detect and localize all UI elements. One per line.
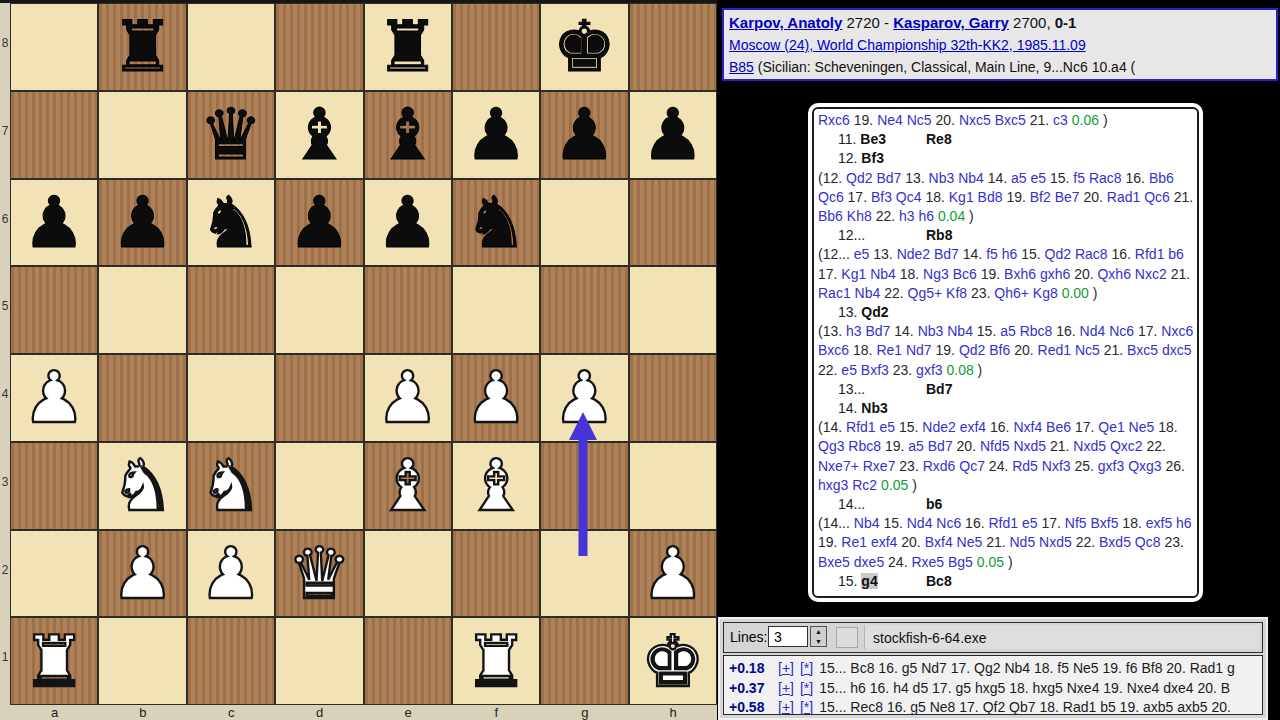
variation-move[interactable]: Rfd1: [1135, 246, 1165, 262]
move-number: 14...: [838, 496, 865, 512]
variation-move[interactable]: Qg5+: [908, 285, 943, 301]
variation-move[interactable]: Bf2: [1030, 189, 1051, 205]
variation-move[interactable]: Qc6: [1144, 189, 1170, 205]
main-move-reply[interactable]: Rb8: [926, 227, 952, 243]
square-d2[interactable]: ♛: [275, 530, 363, 618]
variation-move-number: 22.: [1076, 534, 1095, 550]
variation-move-number: 19.: [981, 266, 1000, 282]
variation-move-number: 23.: [971, 285, 990, 301]
variation-move[interactable]: Bd7: [934, 246, 959, 262]
file-label-b: b: [98, 705, 187, 720]
square-d1[interactable]: [275, 617, 363, 705]
variation-move[interactable]: Nb4: [947, 323, 973, 339]
variation-move[interactable]: Nde2: [922, 419, 955, 435]
variation-move[interactable]: e5: [841, 362, 857, 378]
piece-black-pawn[interactable]: ♟: [376, 187, 440, 258]
variation-move[interactable]: Nc5: [1075, 342, 1100, 358]
opening-line: B85 (Sicilian: Scheveningen, Classical, …: [729, 56, 1271, 78]
file-label-h: h: [629, 705, 718, 720]
square-e1[interactable]: [364, 617, 452, 705]
square-g2[interactable]: [540, 530, 628, 618]
event-line: Moscow (24), World Championship 32th-KK2…: [729, 34, 1271, 56]
square-b1[interactable]: [98, 617, 186, 705]
piece-white-pawn[interactable]: ♟: [199, 538, 263, 609]
square-a2[interactable]: [10, 530, 98, 618]
variation-move-number: 16.: [990, 419, 1009, 435]
square-a3[interactable]: [10, 442, 98, 530]
square-h8[interactable]: [629, 3, 717, 91]
square-b7[interactable]: [98, 91, 186, 179]
variation-move[interactable]: Kg8: [1033, 285, 1058, 301]
square-e8[interactable]: ♜: [364, 3, 452, 91]
variation-move[interactable]: Bd7: [928, 438, 953, 454]
square-e5[interactable]: [364, 266, 452, 354]
square-f3[interactable]: ♝: [452, 442, 540, 530]
variation-move[interactable]: Qxg3: [1128, 458, 1161, 474]
add-line-link[interactable]: [+]: [778, 699, 794, 715]
eco-code-link[interactable]: B85: [729, 59, 754, 75]
variation-move[interactable]: Bxd5: [1099, 534, 1131, 550]
piece-white-pawn[interactable]: ♟: [641, 538, 705, 609]
square-h3[interactable]: [629, 442, 717, 530]
square-e7[interactable]: ♝: [364, 91, 452, 179]
variation-move[interactable]: dxc5: [1162, 342, 1192, 358]
piece-black-bishop[interactable]: ♝: [376, 99, 440, 170]
piece-black-knight[interactable]: ♞: [199, 187, 263, 258]
square-d8[interactable]: [275, 3, 363, 91]
notation-main-move-line: 12... Rb8: [818, 226, 1194, 245]
variation-move[interactable]: e5: [1022, 515, 1038, 531]
engine-eval: +0.18: [729, 659, 778, 679]
variation-move[interactable]: Bxf3: [861, 362, 889, 378]
variation-move-number: 17.: [1075, 419, 1094, 435]
variation-move[interactable]: e5: [854, 246, 870, 262]
variation-move[interactable]: Bd7: [876, 170, 901, 186]
variation-move-number: 22.: [1147, 438, 1166, 454]
variation-move[interactable]: Be6: [1046, 419, 1071, 435]
variation-move[interactable]: Rfd1: [988, 515, 1018, 531]
variation-move-number: 21.: [1104, 342, 1123, 358]
square-f5[interactable]: [452, 266, 540, 354]
piece-white-pawn[interactable]: ♟: [376, 362, 440, 433]
variation-move[interactable]: Re1: [841, 534, 867, 550]
variation-move[interactable]: Bxh6: [1004, 266, 1036, 282]
variation-eval: 0.08: [946, 362, 973, 378]
variation-move[interactable]: h6: [1176, 515, 1192, 531]
variation-move[interactable]: e5: [879, 419, 895, 435]
square-b4[interactable]: [98, 354, 186, 442]
piece-white-pawn[interactable]: ♟: [553, 362, 617, 433]
piece-black-pawn[interactable]: ♟: [287, 187, 351, 258]
main-move[interactable]: Qd2: [861, 304, 888, 320]
variation-move[interactable]: Rfd1: [846, 419, 876, 435]
variation-move[interactable]: Ne5: [957, 534, 983, 550]
variation-move[interactable]: a5: [1011, 170, 1027, 186]
variation-move[interactable]: Qc8: [1135, 534, 1161, 550]
engine-line[interactable]: +0.18[+][*]15... Bc8 16. g5 Nd7 17. Qg2 …: [729, 659, 1260, 679]
variation-move[interactable]: f5: [986, 246, 998, 262]
variation-move[interactable]: Qxh6: [1097, 266, 1130, 282]
engine-line-moves[interactable]: 15... Bc8 16. g5 Nd7 17. Qg2 Nb4 18. f5 …: [819, 660, 1235, 676]
square-g7[interactable]: ♟: [540, 91, 628, 179]
variation-move[interactable]: c3: [1053, 112, 1068, 128]
notation-main-move-line: 11. Be3Re8: [818, 130, 1194, 149]
piece-black-pawn[interactable]: ♟: [464, 99, 528, 170]
piece-black-pawn[interactable]: ♟: [111, 187, 175, 258]
variation-move-number: 19.: [854, 112, 873, 128]
notation-text: Rxc6 19. Ne4 Nc5 20. Nxc5 Bxc5 21. c3 0.…: [812, 107, 1199, 598]
variation-move[interactable]: Red1: [1038, 342, 1071, 358]
variation-move[interactable]: gxf3: [916, 362, 942, 378]
variation-move[interactable]: Rxd6: [923, 458, 956, 474]
variation-move[interactable]: Nd4: [1080, 323, 1106, 339]
square-c7[interactable]: ♛: [187, 91, 275, 179]
promote-line-link[interactable]: [*]: [800, 680, 813, 696]
piece-white-knight[interactable]: ♞: [199, 450, 263, 521]
variation-move[interactable]: Rxc6: [818, 112, 850, 128]
main-move-reply[interactable]: Bd7: [926, 381, 952, 397]
variation-move[interactable]: Bg5: [948, 554, 973, 570]
move-number-group: 11. Be3: [838, 130, 926, 149]
square-h7[interactable]: ♟: [629, 91, 717, 179]
variation-move-number: 21.: [1171, 266, 1190, 282]
piece-black-queen[interactable]: ♛: [199, 99, 263, 170]
square-e2[interactable]: [364, 530, 452, 618]
variation-move[interactable]: Rd5: [1012, 458, 1038, 474]
square-f8[interactable]: [452, 3, 540, 91]
move-number-group: 14...: [838, 495, 926, 514]
variation-move[interactable]: Qxc2: [1110, 438, 1143, 454]
square-a8[interactable]: [10, 3, 98, 91]
add-line-link[interactable]: [+]: [778, 680, 794, 696]
square-f6[interactable]: ♞: [452, 179, 540, 267]
piece-white-king[interactable]: ♚: [641, 626, 705, 697]
players-line: Karpov, Anatoly 2720 - Kasparov, Garry 2…: [729, 11, 1271, 34]
piece-black-knight[interactable]: ♞: [464, 187, 528, 258]
variation-move[interactable]: Nfd5: [980, 438, 1010, 454]
square-d4[interactable]: [275, 354, 363, 442]
piece-black-rook[interactable]: ♜: [376, 11, 440, 82]
variation-move[interactable]: Bf3: [871, 189, 892, 205]
piece-black-pawn[interactable]: ♟: [22, 187, 86, 258]
move-number: 15.: [838, 573, 861, 589]
square-h5[interactable]: [629, 266, 717, 354]
variation-move[interactable]: Qd2: [846, 170, 872, 186]
variation-move[interactable]: Kg1: [949, 189, 974, 205]
piece-black-bishop[interactable]: ♝: [287, 99, 351, 170]
square-f7[interactable]: ♟: [452, 91, 540, 179]
variation-move[interactable]: Nxd5: [1039, 534, 1072, 550]
engine-line-moves[interactable]: 15... h6 16. h4 d5 17. g5 hxg5 18. hxg5 …: [819, 680, 1230, 696]
notation-main-move-line: 14. Nb3: [818, 399, 1194, 418]
variation-move[interactable]: f5: [1073, 170, 1085, 186]
square-d3[interactable]: [275, 442, 363, 530]
variation-move[interactable]: Bxf5: [1090, 515, 1118, 531]
variation-move-number: 22.: [884, 285, 903, 301]
piece-black-rook[interactable]: ♜: [111, 11, 175, 82]
variation-move[interactable]: Nxc6: [1161, 323, 1193, 339]
square-a7[interactable]: [10, 91, 98, 179]
square-b6[interactable]: ♟: [98, 179, 186, 267]
variation-move[interactable]: e5: [1031, 170, 1047, 186]
variation-move[interactable]: Rxe7: [863, 458, 896, 474]
variation-move[interactable]: Bb6: [1149, 170, 1174, 186]
piece-black-pawn[interactable]: ♟: [553, 99, 617, 170]
variation-move[interactable]: Nc6: [936, 515, 961, 531]
variation-move-number: 23.: [1164, 534, 1183, 550]
variation-move-number: 21.: [1174, 189, 1193, 205]
variation-move[interactable]: Nb4: [958, 170, 984, 186]
piece-white-bishop[interactable]: ♝: [376, 450, 440, 521]
variation-move[interactable]: Nf5: [1065, 515, 1087, 531]
variation-move-number: 24.: [989, 458, 1008, 474]
variation-move[interactable]: Nb4: [854, 515, 880, 531]
lines-spinner-down-icon[interactable]: ▼: [811, 637, 826, 647]
main-move-reply[interactable]: Re8: [926, 131, 952, 147]
variation-move-number: 23.: [893, 362, 912, 378]
variation-move[interactable]: Nxc2: [1135, 266, 1167, 282]
variation-move[interactable]: Bxf4: [925, 534, 953, 550]
black-rating: 2700: [1013, 14, 1046, 31]
square-c5[interactable]: [187, 266, 275, 354]
variation-move[interactable]: Nc5: [907, 112, 932, 128]
variation-move[interactable]: gxh6: [1040, 266, 1070, 282]
variation-move[interactable]: Rac8: [1075, 246, 1108, 262]
variation-move[interactable]: Bd7: [865, 323, 890, 339]
variation-move[interactable]: exf4: [960, 419, 986, 435]
variation-move[interactable]: Qe1: [1098, 419, 1124, 435]
piece-white-pawn[interactable]: ♟: [111, 538, 175, 609]
variation-move[interactable]: Bf6: [989, 342, 1010, 358]
variation-move[interactable]: Rbc8: [848, 438, 881, 454]
square-g5[interactable]: [540, 266, 628, 354]
variation-move[interactable]: h6: [1002, 246, 1018, 262]
lines-spinner-up-icon[interactable]: ▲: [811, 627, 826, 637]
variation-move[interactable]: Bc6: [953, 266, 977, 282]
engine-line-moves[interactable]: 15... Rec8 16. g5 Ne8 17. Qf2 Qb7 18. Ra…: [819, 699, 1231, 715]
variation-move[interactable]: gxf3: [1098, 458, 1124, 474]
variation-move[interactable]: Ne4: [877, 112, 903, 128]
variation-move[interactable]: h3: [846, 323, 862, 339]
variation-move[interactable]: Rbc8: [1020, 323, 1053, 339]
white-player-link[interactable]: Karpov, Anatoly: [729, 14, 842, 31]
square-g6[interactable]: [540, 179, 628, 267]
variation-move[interactable]: Nc6: [1109, 323, 1134, 339]
square-f1[interactable]: ♜: [452, 617, 540, 705]
variation-move[interactable]: Nxc5: [959, 112, 991, 128]
variation-move[interactable]: Nb4: [870, 266, 896, 282]
variation-move[interactable]: Bd8: [978, 189, 1003, 205]
variation-move[interactable]: Nde2: [897, 246, 930, 262]
square-c3[interactable]: ♞: [187, 442, 275, 530]
main-move-reply[interactable]: Bc8: [926, 573, 952, 589]
square-c1[interactable]: [187, 617, 275, 705]
square-c4[interactable]: [187, 354, 275, 442]
main-move[interactable]: Nb3: [861, 400, 887, 416]
variation-move[interactable]: Qh6+: [994, 285, 1029, 301]
square-e3[interactable]: ♝: [364, 442, 452, 530]
move-number: 13...: [838, 381, 865, 397]
variation-move[interactable]: Ng3: [923, 266, 949, 282]
piece-white-rook[interactable]: ♜: [464, 626, 528, 697]
variation-move[interactable]: Bxc6: [818, 342, 849, 358]
move-number-group: 13. Qd2: [838, 303, 926, 322]
variation-move[interactable]: Rac1: [818, 285, 851, 301]
square-e4[interactable]: ♟: [364, 354, 452, 442]
square-e6[interactable]: ♟: [364, 179, 452, 267]
variation-move-number: 14.: [988, 170, 1007, 186]
variation-move[interactable]: a5: [1000, 323, 1016, 339]
variation-close-paren: ): [978, 362, 983, 378]
variation-move[interactable]: Nb3: [918, 323, 944, 339]
square-b5[interactable]: [98, 266, 186, 354]
variation-move-number: 18.: [925, 189, 944, 205]
variation-move-number: 21.: [986, 534, 1005, 550]
variation-move[interactable]: Be7: [1055, 189, 1080, 205]
square-d7[interactable]: ♝: [275, 91, 363, 179]
variation-move[interactable]: Nd5: [1010, 534, 1036, 550]
variation-move[interactable]: Qc4: [896, 189, 922, 205]
variation-move-number: (14...: [818, 515, 850, 531]
variation-move-number: 20.: [1074, 266, 1093, 282]
variation-move[interactable]: exf5: [1146, 515, 1172, 531]
square-c8[interactable]: [187, 3, 275, 91]
game-result: 0-1: [1055, 14, 1077, 31]
notation-variation-line: (13. h3 Bd7 14. Nb3 Nb4 15. a5 Rbc8 16. …: [818, 322, 1194, 380]
variation-move-number: 19.: [885, 438, 904, 454]
variation-move[interactable]: Nxd5: [1073, 438, 1106, 454]
piece-white-rook[interactable]: ♜: [22, 626, 86, 697]
variation-move[interactable]: Bxe5: [818, 554, 850, 570]
piece-white-pawn[interactable]: ♟: [22, 362, 86, 433]
variation-move-number: (12.: [818, 170, 842, 186]
square-h6[interactable]: [629, 179, 717, 267]
piece-black-king[interactable]: ♚: [553, 11, 617, 82]
variation-eval: 0.00: [1062, 285, 1089, 301]
square-b3[interactable]: ♞: [98, 442, 186, 530]
variation-move[interactable]: Qc7: [959, 458, 985, 474]
square-f4[interactable]: ♟: [452, 354, 540, 442]
variation-move[interactable]: Nxe7+: [818, 458, 859, 474]
piece-white-knight[interactable]: ♞: [111, 450, 175, 521]
square-h2[interactable]: ♟: [629, 530, 717, 618]
variation-move[interactable]: Nd7: [906, 342, 932, 358]
square-a5[interactable]: [10, 266, 98, 354]
main-move-reply[interactable]: b6: [926, 496, 942, 512]
black-player-link[interactable]: Kasparov, Garry: [893, 14, 1009, 31]
rank-label-7: 7: [0, 124, 10, 138]
variation-move[interactable]: Bxc5: [1127, 342, 1158, 358]
variation-move[interactable]: b6: [1168, 246, 1184, 262]
variation-move[interactable]: Ne5: [1129, 419, 1155, 435]
current-move[interactable]: g4: [861, 573, 877, 589]
variation-move-number: 20.: [1083, 189, 1102, 205]
variation-move[interactable]: Qg3: [818, 438, 844, 454]
variation-move[interactable]: a5: [908, 438, 924, 454]
engine-line[interactable]: +0.37[+][*]15... h6 16. h4 d5 17. g5 hxg…: [729, 679, 1260, 699]
rank-label-6: 6: [0, 212, 10, 226]
square-d5[interactable]: [275, 266, 363, 354]
piece-white-queen[interactable]: ♛: [287, 538, 351, 609]
lines-spinner: ▲ ▼: [810, 626, 827, 647]
variation-move[interactable]: Kf8: [946, 285, 967, 301]
variation-move[interactable]: Nd4: [907, 515, 933, 531]
variation-move-number: 21.: [1030, 112, 1049, 128]
square-a1[interactable]: ♜: [10, 617, 98, 705]
square-g3[interactable]: [540, 442, 628, 530]
square-b2[interactable]: ♟: [98, 530, 186, 618]
opening-name: (Sicilian: Scheveningen, Classical, Main…: [758, 59, 1135, 75]
rank-label-5: 5: [0, 299, 10, 313]
variation-move[interactable]: Re1: [876, 342, 902, 358]
variation-move[interactable]: Qc6: [818, 189, 844, 205]
variation-move[interactable]: Nb4: [855, 285, 881, 301]
variation-move-number: (14.: [818, 419, 842, 435]
piece-black-pawn[interactable]: ♟: [641, 99, 705, 170]
square-a4[interactable]: ♟: [10, 354, 98, 442]
variation-move[interactable]: Rac8: [1089, 170, 1122, 186]
variation-move-number: (13.: [818, 323, 842, 339]
square-h1[interactable]: ♚: [629, 617, 717, 705]
promote-line-link[interactable]: [*]: [800, 660, 813, 676]
notation-variation-line: (12... e5 13. Nde2 Bd7 14. f5 h6 15. Qd2…: [818, 245, 1194, 303]
variation-move[interactable]: Nb3: [929, 170, 955, 186]
promote-line-link[interactable]: [*]: [800, 699, 813, 715]
square-c2[interactable]: ♟: [187, 530, 275, 618]
variation-move[interactable]: Rxe5: [911, 554, 944, 570]
variation-move[interactable]: hxg3: [818, 477, 848, 493]
piece-white-pawn[interactable]: ♟: [464, 362, 528, 433]
square-a6[interactable]: ♟: [10, 179, 98, 267]
square-g8[interactable]: ♚: [540, 3, 628, 91]
variation-move[interactable]: Bb6: [818, 208, 843, 224]
variation-move[interactable]: dxe5: [854, 554, 884, 570]
variation-move[interactable]: exf4: [871, 534, 897, 550]
lines-count-input[interactable]: 3: [768, 626, 808, 647]
variation-move[interactable]: Qd2: [1045, 246, 1071, 262]
variation-move[interactable]: Kg1: [841, 266, 866, 282]
add-line-link[interactable]: [+]: [778, 660, 794, 676]
variation-move[interactable]: Rad1: [1107, 189, 1140, 205]
engine-name-field[interactable]: stockfish-6-64.exe: [864, 625, 1260, 649]
main-move[interactable]: Be3: [860, 131, 886, 147]
square-g1[interactable]: [540, 617, 628, 705]
square-b8[interactable]: ♜: [98, 3, 186, 91]
variation-move[interactable]: h3: [899, 208, 915, 224]
variation-move[interactable]: Nxf4: [1013, 419, 1042, 435]
engine-toggle-button[interactable]: [836, 627, 858, 648]
variation-move[interactable]: Bxc5: [995, 112, 1026, 128]
event-link[interactable]: Moscow (24), World Championship 32th-KK2…: [729, 37, 1086, 53]
variation-move[interactable]: Nxf3: [1042, 458, 1071, 474]
piece-white-bishop[interactable]: ♝: [464, 450, 528, 521]
engine-line[interactable]: +0.58[+][*]15... Rec8 16. g5 Ne8 17. Qf2…: [729, 698, 1260, 715]
variation-move[interactable]: h6: [918, 208, 934, 224]
main-move[interactable]: Bf3: [861, 150, 884, 166]
square-d6[interactable]: ♟: [275, 179, 363, 267]
square-g4[interactable]: ♟: [540, 354, 628, 442]
variation-move-number: 22.: [876, 208, 895, 224]
variation-move[interactable]: Qd2: [959, 342, 985, 358]
variation-move[interactable]: Rc2: [852, 477, 877, 493]
variation-move[interactable]: Kh8: [847, 208, 872, 224]
square-f2[interactable]: [452, 530, 540, 618]
square-h4[interactable]: [629, 354, 717, 442]
variation-move-number: 20.: [901, 534, 920, 550]
square-c6[interactable]: ♞: [187, 179, 275, 267]
variation-move-number: 24.: [888, 554, 907, 570]
variation-move[interactable]: Nxd5: [1013, 438, 1046, 454]
